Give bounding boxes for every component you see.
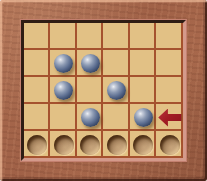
cell-r3-c0[interactable] — [24, 104, 51, 131]
marble[interactable] — [134, 108, 153, 127]
cell-r0-c2[interactable] — [77, 23, 104, 50]
left-arrow-icon[interactable] — [158, 109, 181, 127]
cell-r3-c4[interactable] — [130, 104, 157, 131]
cell-r0-c3[interactable] — [104, 23, 131, 50]
cell-r4-c1[interactable] — [51, 131, 78, 158]
cell-r3-c3[interactable] — [104, 104, 131, 131]
marble[interactable] — [54, 81, 73, 100]
hole — [80, 135, 100, 155]
cell-r4-c0[interactable] — [24, 131, 51, 158]
cell-r1-c5[interactable] — [157, 50, 184, 77]
cell-r1-c0[interactable] — [24, 50, 51, 77]
cell-r0-c1[interactable] — [51, 23, 78, 50]
cell-r2-c1[interactable] — [51, 77, 78, 104]
cell-r4-c4[interactable] — [130, 131, 157, 158]
hole — [54, 135, 74, 155]
cell-r1-c2[interactable] — [77, 50, 104, 77]
cell-r2-c5[interactable] — [157, 77, 184, 104]
cell-r2-c0[interactable] — [24, 77, 51, 104]
board-grid — [21, 20, 186, 161]
cell-r3-c2[interactable] — [77, 104, 104, 131]
cell-r0-c4[interactable] — [130, 23, 157, 50]
hole — [27, 135, 47, 155]
marble[interactable] — [54, 54, 73, 73]
marble[interactable] — [107, 81, 126, 100]
cell-r1-c1[interactable] — [51, 50, 78, 77]
cell-r1-c3[interactable] — [104, 50, 131, 77]
cell-r2-c3[interactable] — [104, 77, 131, 104]
marble[interactable] — [81, 54, 100, 73]
cell-r4-c2[interactable] — [77, 131, 104, 158]
marble[interactable] — [81, 108, 100, 127]
cell-r2-c2[interactable] — [77, 77, 104, 104]
cell-r0-c0[interactable] — [24, 23, 51, 50]
cell-r3-c1[interactable] — [51, 104, 78, 131]
cell-r4-c3[interactable] — [104, 131, 131, 158]
board-recess — [21, 20, 186, 161]
cell-r2-c4[interactable] — [130, 77, 157, 104]
cell-r0-c5[interactable] — [157, 23, 184, 50]
wooden-frame — [0, 0, 207, 181]
cell-r3-c5[interactable] — [157, 104, 184, 131]
hole — [160, 135, 180, 155]
cell-r1-c4[interactable] — [130, 50, 157, 77]
cell-r4-c5[interactable] — [157, 131, 184, 158]
hole — [133, 135, 153, 155]
hole — [107, 135, 127, 155]
